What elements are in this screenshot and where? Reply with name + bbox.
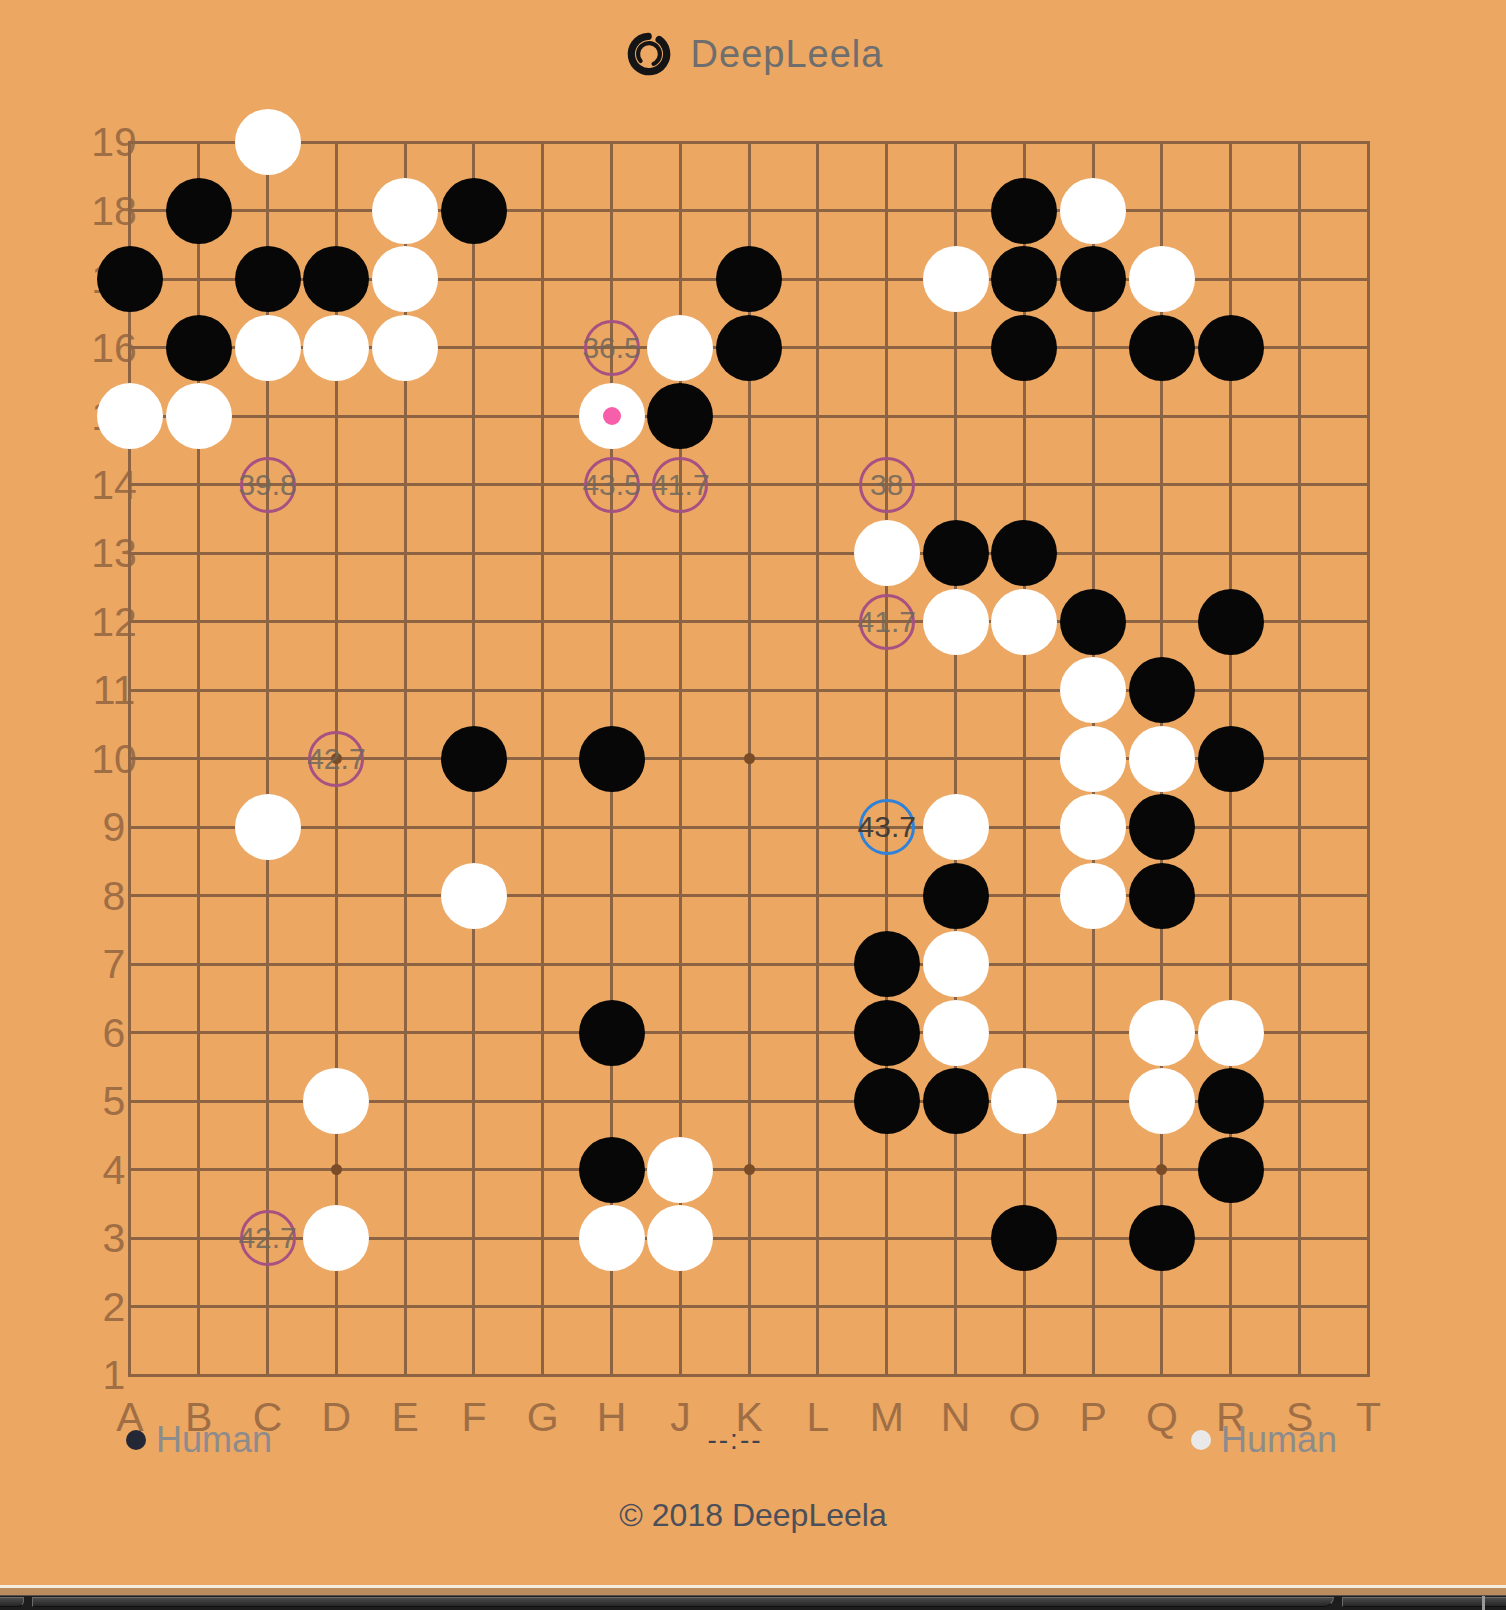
stone-black-Q3: [1129, 1205, 1195, 1271]
suggested-move-C3[interactable]: 42.7: [240, 1210, 296, 1266]
black-stone-icon: [126, 1430, 146, 1450]
deepleela-logo-icon: [623, 28, 675, 80]
suggested-move-M14[interactable]: 38: [859, 457, 915, 513]
stone-black-O16: [991, 315, 1057, 381]
stone-white-Q6: [1129, 1000, 1195, 1066]
stone-black-O13: [991, 520, 1057, 586]
game-clock: --:--: [660, 1424, 810, 1460]
stone-black-K16: [716, 315, 782, 381]
go-board[interactable]: 36.539.843.541.73841.742.743.742.7: [96, 108, 1403, 1410]
stone-white-O12: [991, 589, 1057, 655]
stone-black-H4: [579, 1137, 645, 1203]
stone-white-J16: [647, 315, 713, 381]
stone-white-N6: [923, 1000, 989, 1066]
stone-white-E17: [372, 246, 438, 312]
grid-line: [954, 141, 957, 1377]
stone-white-D5: [303, 1068, 369, 1134]
stone-black-Q8: [1129, 863, 1195, 929]
white-stone-icon: [1191, 1430, 1211, 1450]
stone-black-R16: [1198, 315, 1264, 381]
stone-white-M13: [854, 520, 920, 586]
star-point-K4: [744, 1164, 755, 1175]
stone-black-R4: [1198, 1137, 1264, 1203]
suggested-move-J14[interactable]: 41.7: [652, 457, 708, 513]
stone-black-N8: [923, 863, 989, 929]
stone-black-O18: [991, 178, 1057, 244]
app-title: DeepLeela: [691, 33, 884, 76]
app-header: DeepLeela: [0, 24, 1506, 84]
stone-black-M6: [854, 1000, 920, 1066]
stone-white-E16: [372, 315, 438, 381]
stone-black-M7: [854, 931, 920, 997]
last-move-marker: [603, 407, 621, 425]
black-player-name: Human: [156, 1419, 272, 1461]
stone-white-H3: [579, 1205, 645, 1271]
stone-white-N17: [923, 246, 989, 312]
stone-white-D16: [303, 315, 369, 381]
stone-black-P12: [1060, 589, 1126, 655]
stone-black-K17: [716, 246, 782, 312]
star-point-D4: [331, 1164, 342, 1175]
grid-line: [1298, 141, 1301, 1377]
star-point-K10: [744, 753, 755, 764]
stone-white-A15: [97, 383, 163, 449]
stone-white-N7: [923, 931, 989, 997]
stone-black-Q9: [1129, 794, 1195, 860]
stone-white-C16: [235, 315, 301, 381]
stone-white-J3: [647, 1205, 713, 1271]
stone-black-N13: [923, 520, 989, 586]
stone-black-N5: [923, 1068, 989, 1134]
stone-black-O3: [991, 1205, 1057, 1271]
horizontal-scrollbar[interactable]: [0, 1595, 1506, 1610]
winrate-value: 43.5: [582, 470, 640, 500]
suggested-move-H16[interactable]: 36.5: [584, 320, 640, 376]
stone-black-P17: [1060, 246, 1126, 312]
stone-white-R6: [1198, 1000, 1264, 1066]
grid-line: [816, 141, 819, 1377]
stone-white-D3: [303, 1205, 369, 1271]
stone-white-Q5: [1129, 1068, 1195, 1134]
stone-black-R12: [1198, 589, 1264, 655]
stone-black-Q11: [1129, 657, 1195, 723]
stone-black-F18: [441, 178, 507, 244]
stone-black-D17: [303, 246, 369, 312]
black-player-label: Human: [126, 1420, 272, 1460]
suggested-move-C14[interactable]: 39.8: [240, 457, 296, 513]
stone-black-R10: [1198, 726, 1264, 792]
scrollbar-divider: [1482, 1596, 1485, 1610]
stone-white-C9: [235, 794, 301, 860]
stone-black-F10: [441, 726, 507, 792]
scrollbar-segment[interactable]: [0, 1597, 24, 1607]
stone-white-C19: [235, 109, 301, 175]
grid-line: [885, 141, 888, 1377]
stone-black-C17: [235, 246, 301, 312]
stone-white-O5: [991, 1068, 1057, 1134]
stone-white-Q10: [1129, 726, 1195, 792]
stone-white-F8: [441, 863, 507, 929]
winrate-value: 38: [870, 470, 903, 500]
copyright: © 2018 DeepLeela: [0, 1497, 1506, 1534]
white-player-label: Human: [1191, 1420, 1337, 1460]
winrate-value: 39.8: [238, 470, 296, 500]
stone-white-N9: [923, 794, 989, 860]
stone-white-N12: [923, 589, 989, 655]
winrate-value: 36.5: [582, 333, 640, 363]
winrate-value: 42.7: [307, 744, 365, 774]
stone-white-J4: [647, 1137, 713, 1203]
stone-white-P11: [1060, 657, 1126, 723]
winrate-value: 41.7: [651, 470, 709, 500]
stone-black-R5: [1198, 1068, 1264, 1134]
scrollbar-thumb[interactable]: [32, 1597, 1334, 1607]
winrate-value: 41.7: [858, 607, 916, 637]
stone-black-H6: [579, 1000, 645, 1066]
grid-line: [128, 1374, 1369, 1377]
winrate-value: 43.7: [858, 812, 916, 842]
grid-line: [128, 963, 1369, 966]
suggested-move-D10[interactable]: 42.7: [308, 731, 364, 787]
suggested-move-H14[interactable]: 43.5: [584, 457, 640, 513]
stone-white-P10: [1060, 726, 1126, 792]
stone-black-J15: [647, 383, 713, 449]
suggested-move-M12[interactable]: 41.7: [859, 594, 915, 650]
stone-white-P8: [1060, 863, 1126, 929]
winrate-value: 42.7: [238, 1223, 296, 1253]
stone-black-A17: [97, 246, 163, 312]
stone-white-P18: [1060, 178, 1126, 244]
stone-white-B15: [166, 383, 232, 449]
grid-line: [1367, 141, 1370, 1377]
stone-black-O17: [991, 246, 1057, 312]
stone-black-M5: [854, 1068, 920, 1134]
stone-black-B18: [166, 178, 232, 244]
stone-white-H15: [579, 383, 645, 449]
stone-black-H10: [579, 726, 645, 792]
divider-line: [0, 1588, 1506, 1595]
stone-black-Q16: [1129, 315, 1195, 381]
white-player-name: Human: [1221, 1419, 1337, 1461]
stone-white-P9: [1060, 794, 1126, 860]
grid-line: [128, 1305, 1369, 1308]
stone-black-B16: [166, 315, 232, 381]
bottom-scrollbar-area: [0, 1585, 1506, 1610]
stone-white-E18: [372, 178, 438, 244]
suggested-move-M9[interactable]: 43.7: [859, 799, 915, 855]
stone-white-Q17: [1129, 246, 1195, 312]
